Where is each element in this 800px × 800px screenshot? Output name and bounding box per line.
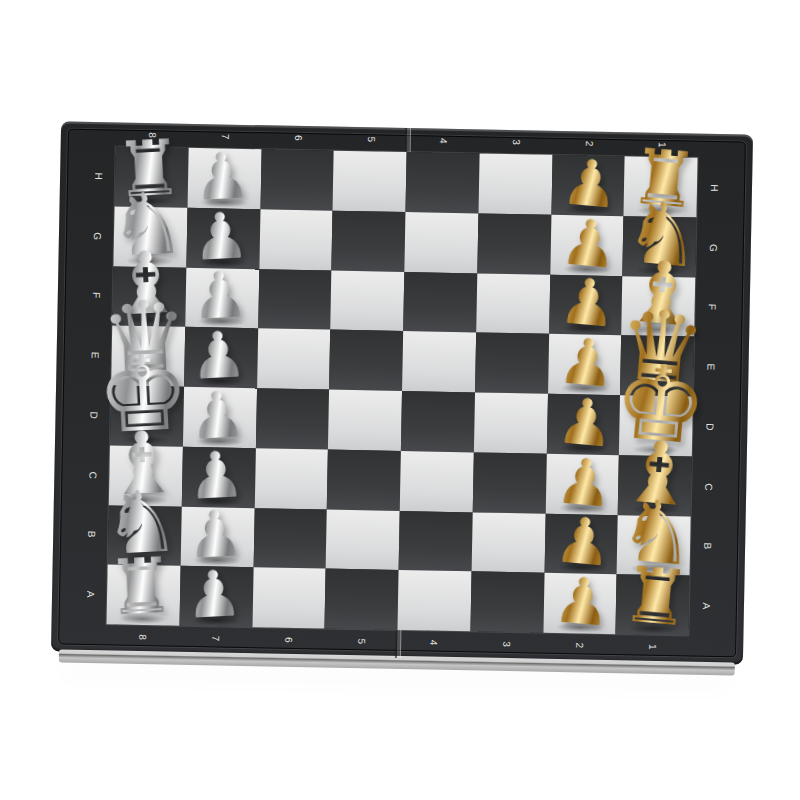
coordinate-label-5: 5 xyxy=(365,136,375,142)
square-g6[interactable] xyxy=(259,209,333,270)
square-h3[interactable] xyxy=(478,153,552,214)
square-a1[interactable]: ♜ xyxy=(616,574,690,635)
square-g4[interactable] xyxy=(404,212,478,273)
coordinate-label-a: A xyxy=(701,603,711,610)
coordinate-label-c: C xyxy=(87,471,97,478)
square-e4[interactable] xyxy=(402,331,476,392)
coordinate-label-8: 8 xyxy=(138,634,148,640)
coordinate-label-g: G xyxy=(92,232,102,240)
coordinate-label-g: G xyxy=(708,244,718,252)
square-a5[interactable] xyxy=(325,569,399,630)
square-c5[interactable] xyxy=(327,449,401,510)
square-d5[interactable] xyxy=(328,390,402,451)
square-g3[interactable] xyxy=(477,213,551,274)
square-c3[interactable] xyxy=(472,452,546,513)
gold-rook-a1[interactable]: ♜ xyxy=(618,556,693,638)
coordinate-label-h: H xyxy=(93,172,103,179)
coordinate-label-4: 4 xyxy=(429,640,439,646)
coordinate-label-1: 1 xyxy=(647,644,657,650)
coordinate-label-3: 3 xyxy=(501,641,511,647)
square-a3[interactable] xyxy=(470,572,544,633)
square-b5[interactable] xyxy=(326,509,400,570)
square-f4[interactable] xyxy=(403,272,477,333)
square-d4[interactable] xyxy=(401,391,475,452)
coordinate-label-4: 4 xyxy=(438,138,448,144)
square-b6[interactable] xyxy=(253,508,327,569)
square-g5[interactable] xyxy=(332,210,406,271)
square-a2[interactable]: ♟ xyxy=(543,573,617,634)
square-f5[interactable] xyxy=(330,270,404,331)
square-a6[interactable] xyxy=(252,567,326,628)
square-c6[interactable] xyxy=(254,448,328,509)
coordinate-label-c: C xyxy=(703,483,713,490)
square-c4[interactable] xyxy=(400,451,474,512)
coordinate-label-b: B xyxy=(702,543,712,550)
square-e3[interactable] xyxy=(475,333,549,394)
square-a8[interactable]: ♜ xyxy=(107,565,181,626)
coordinate-label-7: 7 xyxy=(210,636,220,642)
square-d3[interactable] xyxy=(474,392,548,453)
coordinate-label-h: H xyxy=(709,184,719,191)
square-h4[interactable] xyxy=(405,152,479,213)
gold-pawn-a2[interactable]: ♟ xyxy=(551,567,614,636)
square-f6[interactable] xyxy=(258,269,332,330)
coordinate-label-6: 6 xyxy=(293,135,303,141)
coordinate-label-d: D xyxy=(704,423,714,430)
square-b4[interactable] xyxy=(399,510,473,571)
product-photo: ♜♟♟♜♞♟♟♞♝♟♟♝♛♟♟♛♚♟♟♚♝♟♟♝♞♟♟♞♜♟♟♜ HGFEDCB… xyxy=(0,0,800,800)
coordinate-label-b: B xyxy=(86,531,96,538)
square-e5[interactable] xyxy=(329,330,403,391)
chess-board: ♜♟♟♜♞♟♟♞♝♟♟♝♛♟♟♛♚♟♟♚♝♟♟♝♞♟♟♞♜♟♟♜ HGFEDCB… xyxy=(51,121,753,664)
square-d6[interactable] xyxy=(255,388,329,449)
coordinate-label-a: A xyxy=(85,591,95,598)
coordinate-label-6: 6 xyxy=(283,637,293,643)
coordinate-label-5: 5 xyxy=(356,638,366,644)
square-h5[interactable] xyxy=(333,151,407,212)
silver-pawn-a7[interactable]: ♟ xyxy=(184,561,245,628)
square-f3[interactable] xyxy=(476,273,550,334)
square-b3[interactable] xyxy=(471,512,545,573)
board-field: ♜♟♟♜♞♟♟♞♝♟♟♝♛♟♟♛♚♟♟♚♝♟♟♝♞♟♟♞♜♟♟♜ xyxy=(107,146,698,635)
square-a4[interactable] xyxy=(397,570,471,631)
square-e6[interactable] xyxy=(257,328,331,389)
coordinate-label-3: 3 xyxy=(511,139,521,145)
square-h6[interactable] xyxy=(260,149,334,210)
coordinate-label-2: 2 xyxy=(574,643,584,649)
square-a7[interactable]: ♟ xyxy=(179,566,253,627)
silver-rook-a8[interactable]: ♜ xyxy=(105,547,177,626)
